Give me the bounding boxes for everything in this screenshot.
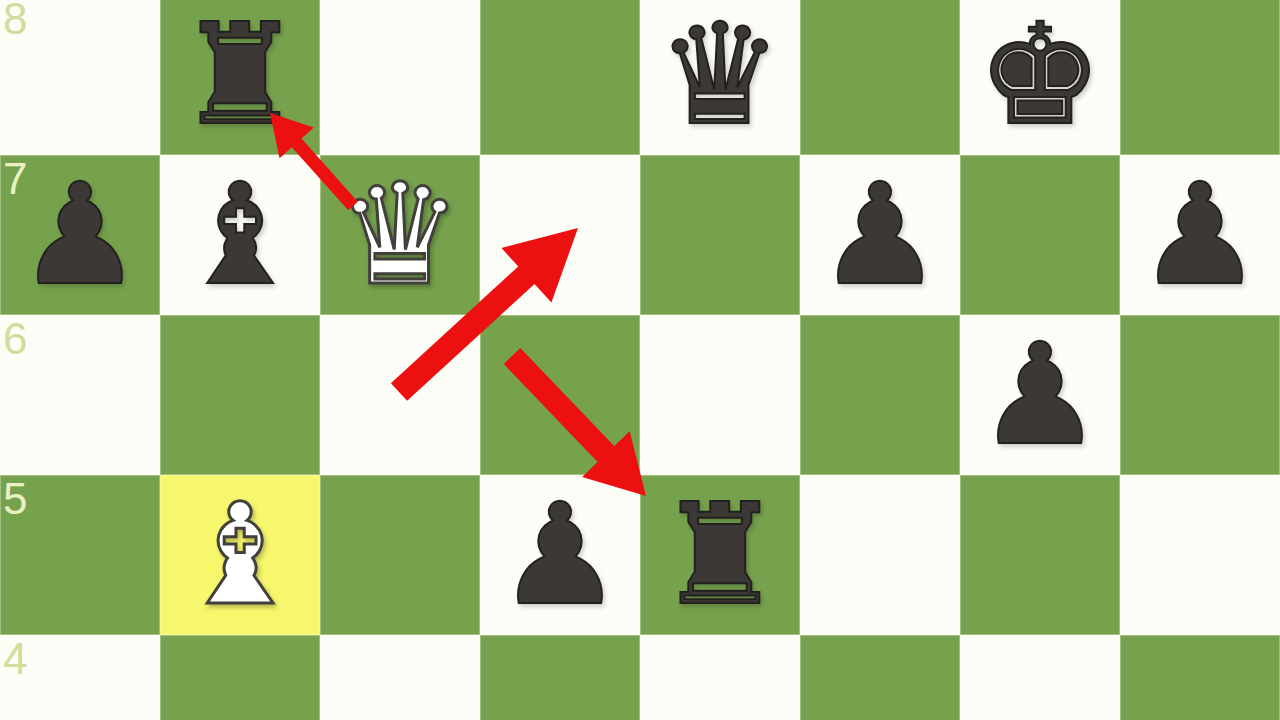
square-g8[interactable]: ♚ [960, 0, 1120, 155]
square-g6[interactable]: ♟ [960, 315, 1120, 475]
black-pawn-h7[interactable]: ♟ [1120, 155, 1280, 315]
square-b5[interactable]: ♝ [160, 475, 320, 635]
chess-board: 8♜♛♚7♟♝♛♟♟6♟5♝♟♜4 [0, 0, 1280, 720]
black-pawn-f7[interactable]: ♟ [800, 155, 960, 315]
square-b8[interactable]: ♜ [160, 0, 320, 155]
square-e6[interactable] [640, 315, 800, 475]
square-c7[interactable]: ♛ [320, 155, 480, 315]
black-pawn-a7[interactable]: ♟ [0, 155, 160, 315]
rank-label-6: 6 [3, 316, 27, 362]
square-e4[interactable] [640, 635, 800, 720]
square-f7[interactable]: ♟ [800, 155, 960, 315]
square-c4[interactable] [320, 635, 480, 720]
square-c8[interactable] [320, 0, 480, 155]
black-king-g8[interactable]: ♚ [960, 0, 1120, 155]
square-a6[interactable]: 6 [0, 315, 160, 475]
square-e5[interactable]: ♜ [640, 475, 800, 635]
rank-label-4: 4 [3, 636, 27, 682]
square-h7[interactable]: ♟ [1120, 155, 1280, 315]
square-h4[interactable] [1120, 635, 1280, 720]
square-h6[interactable] [1120, 315, 1280, 475]
square-d4[interactable] [480, 635, 640, 720]
square-b4[interactable] [160, 635, 320, 720]
rank-label-5: 5 [3, 476, 27, 522]
square-f6[interactable] [800, 315, 960, 475]
square-f5[interactable] [800, 475, 960, 635]
square-c6[interactable] [320, 315, 480, 475]
black-queen-e8[interactable]: ♛ [640, 0, 800, 155]
white-bishop-b5[interactable]: ♝ [160, 475, 320, 635]
square-d8[interactable] [480, 0, 640, 155]
black-pawn-g6[interactable]: ♟ [960, 315, 1120, 475]
square-g5[interactable] [960, 475, 1120, 635]
square-b6[interactable] [160, 315, 320, 475]
square-a5[interactable]: 5 [0, 475, 160, 635]
rank-label-8: 8 [3, 0, 27, 42]
square-d5[interactable]: ♟ [480, 475, 640, 635]
square-e8[interactable]: ♛ [640, 0, 800, 155]
square-a8[interactable]: 8 [0, 0, 160, 155]
white-queen-c7[interactable]: ♛ [320, 155, 480, 315]
square-h8[interactable] [1120, 0, 1280, 155]
square-c5[interactable] [320, 475, 480, 635]
black-bishop-b7[interactable]: ♝ [160, 155, 320, 315]
square-d7[interactable] [480, 155, 640, 315]
square-g4[interactable] [960, 635, 1120, 720]
black-rook-e5[interactable]: ♜ [640, 475, 800, 635]
square-a7[interactable]: 7♟ [0, 155, 160, 315]
square-e7[interactable] [640, 155, 800, 315]
black-rook-b8[interactable]: ♜ [160, 0, 320, 155]
square-g7[interactable] [960, 155, 1120, 315]
square-d6[interactable] [480, 315, 640, 475]
square-f8[interactable] [800, 0, 960, 155]
square-h5[interactable] [1120, 475, 1280, 635]
square-f4[interactable] [800, 635, 960, 720]
square-b7[interactable]: ♝ [160, 155, 320, 315]
screenshot-root: 8♜♛♚7♟♝♛♟♟6♟5♝♟♜4 [0, 0, 1280, 720]
black-pawn-d5[interactable]: ♟ [480, 475, 640, 635]
square-a4[interactable]: 4 [0, 635, 160, 720]
